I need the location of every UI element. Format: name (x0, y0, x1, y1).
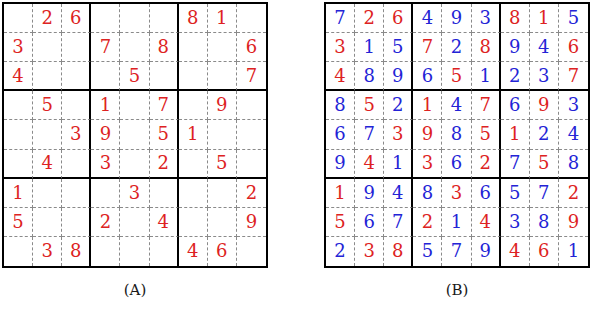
digit: 5 (41, 96, 52, 114)
a-cell-r8c6: 4 (150, 208, 179, 237)
digit: 4 (12, 67, 23, 85)
digit: 2 (100, 213, 111, 231)
b-cell-r1c7: 8 (501, 4, 530, 33)
a-cell-r9c1 (4, 237, 33, 266)
a-cell-r8c4: 2 (91, 208, 120, 237)
b-cell-r7c2: 9 (355, 179, 384, 208)
b-cell-r8c7: 3 (501, 208, 530, 237)
b-cell-r8c5: 1 (442, 208, 471, 237)
b-cell-r4c6: 7 (472, 91, 501, 120)
a-cell-r8c8 (208, 208, 237, 237)
digit: 2 (509, 67, 520, 85)
digit: 2 (568, 184, 579, 202)
caption-a: (A) (2, 281, 268, 299)
b-cell-r8c3: 7 (384, 208, 413, 237)
a-cell-r2c1: 3 (4, 33, 33, 62)
b-cell-r2c1: 3 (326, 33, 355, 62)
b-cell-r9c7: 4 (501, 237, 530, 266)
digit: 1 (392, 154, 403, 172)
digit: 4 (334, 67, 345, 85)
a-cell-r6c3 (62, 150, 91, 179)
digit: 8 (451, 125, 462, 143)
digit: 7 (422, 38, 433, 56)
b-cell-r4c2: 5 (355, 91, 384, 120)
b-cell-r7c8: 7 (530, 179, 559, 208)
a-cell-r2c7 (179, 33, 208, 62)
digit: 3 (479, 9, 490, 27)
a-cell-r6c6: 2 (150, 150, 179, 179)
b-cell-r3c6: 1 (472, 62, 501, 91)
b-cell-r7c6: 6 (472, 179, 501, 208)
a-cell-r6c2: 4 (33, 150, 62, 179)
a-cell-r7c2 (33, 179, 62, 208)
digit: 5 (392, 38, 403, 56)
digit: 8 (157, 38, 168, 56)
digit: 7 (451, 242, 462, 260)
b-cell-r6c4: 3 (413, 150, 442, 179)
b-cell-r8c2: 6 (355, 208, 384, 237)
digit: 3 (41, 242, 52, 260)
digit: 6 (568, 38, 579, 56)
digit: 9 (246, 213, 257, 231)
a-cell-r7c7 (179, 179, 208, 208)
digit: 3 (334, 38, 345, 56)
a-cell-r3c8 (208, 62, 237, 91)
b-cell-r4c7: 6 (501, 91, 530, 120)
digit: 4 (451, 96, 462, 114)
a-cell-r9c7: 4 (179, 237, 208, 266)
a-cell-r4c3 (62, 91, 91, 120)
digit: 3 (392, 125, 403, 143)
b-cell-r3c9: 7 (559, 62, 588, 91)
b-cell-r5c2: 7 (355, 120, 384, 149)
b-cell-r6c5: 6 (442, 150, 471, 179)
b-cell-r5c7: 1 (501, 120, 530, 149)
b-cell-r5c1: 6 (326, 120, 355, 149)
b-cell-r5c9: 4 (559, 120, 588, 149)
digit: 6 (392, 9, 403, 27)
b-cell-r7c9: 2 (559, 179, 588, 208)
digit: 8 (479, 38, 490, 56)
digit: 8 (509, 9, 520, 27)
digit: 4 (538, 38, 549, 56)
digit: 7 (479, 96, 490, 114)
digit: 7 (538, 184, 549, 202)
a-cell-r9c8: 6 (208, 237, 237, 266)
a-cell-r6c1 (4, 150, 33, 179)
digit: 7 (100, 38, 111, 56)
digit: 1 (422, 96, 433, 114)
a-cell-r6c7 (179, 150, 208, 179)
digit: 9 (363, 184, 374, 202)
a-cell-r1c8: 1 (208, 4, 237, 33)
b-cell-r7c5: 3 (442, 179, 471, 208)
a-cell-r3c9: 7 (237, 62, 266, 91)
a-cell-r2c8 (208, 33, 237, 62)
b-cell-r8c6: 4 (472, 208, 501, 237)
digit: 7 (392, 213, 403, 231)
a-cell-r8c7 (179, 208, 208, 237)
digit: 9 (568, 213, 579, 231)
digit: 9 (538, 96, 549, 114)
b-cell-r1c2: 2 (355, 4, 384, 33)
a-cell-r7c4 (91, 179, 120, 208)
b-cell-r6c3: 1 (384, 150, 413, 179)
digit: 1 (538, 9, 549, 27)
digit: 3 (12, 38, 23, 56)
b-cell-r1c1: 7 (326, 4, 355, 33)
b-cell-r7c7: 5 (501, 179, 530, 208)
digit: 6 (422, 67, 433, 85)
figure-canvas: 2681378645751793951432513252493846 72649… (0, 0, 592, 309)
a-cell-r4c9 (237, 91, 266, 120)
a-cell-r5c1 (4, 120, 33, 149)
digit: 1 (451, 213, 462, 231)
digit: 6 (334, 125, 345, 143)
b-cell-r6c2: 4 (355, 150, 384, 179)
a-cell-r2c3 (62, 33, 91, 62)
digit: 4 (422, 9, 433, 27)
b-cell-r1c3: 6 (384, 4, 413, 33)
a-cell-r9c5 (120, 237, 149, 266)
a-cell-r9c9 (237, 237, 266, 266)
b-cell-r3c4: 6 (413, 62, 442, 91)
digit: 8 (392, 242, 403, 260)
b-cell-r2c8: 4 (530, 33, 559, 62)
digit: 8 (422, 184, 433, 202)
b-cell-r5c5: 8 (442, 120, 471, 149)
digit: 5 (157, 125, 168, 143)
sudoku-grid-a: 2681378645751793951432513252493846 (2, 2, 268, 268)
digit: 5 (422, 242, 433, 260)
b-cell-r6c9: 8 (559, 150, 588, 179)
b-cell-r9c2: 3 (355, 237, 384, 266)
a-cell-r7c5: 3 (120, 179, 149, 208)
digit: 6 (363, 213, 374, 231)
digit: 5 (538, 154, 549, 172)
a-cell-r4c6: 7 (150, 91, 179, 120)
a-cell-r6c9 (237, 150, 266, 179)
digit: 4 (363, 154, 374, 172)
a-cell-r3c6 (150, 62, 179, 91)
panel-b: 7264938153157289464896512378521476936739… (324, 2, 590, 268)
b-cell-r6c7: 7 (501, 150, 530, 179)
b-cell-r9c4: 5 (413, 237, 442, 266)
a-cell-r8c2 (33, 208, 62, 237)
b-cell-r8c4: 2 (413, 208, 442, 237)
digit: 3 (451, 184, 462, 202)
digit: 6 (451, 154, 462, 172)
digit: 9 (451, 9, 462, 27)
a-cell-r5c6: 5 (150, 120, 179, 149)
a-cell-r1c2: 2 (33, 4, 62, 33)
a-cell-r5c5 (120, 120, 149, 149)
b-cell-r9c8: 6 (530, 237, 559, 266)
b-cell-r8c9: 9 (559, 208, 588, 237)
digit: 9 (422, 125, 433, 143)
b-cell-r6c1: 9 (326, 150, 355, 179)
a-cell-r1c7: 8 (179, 4, 208, 33)
b-cell-r3c1: 4 (326, 62, 355, 91)
b-cell-r2c2: 1 (355, 33, 384, 62)
a-cell-r3c4 (91, 62, 120, 91)
a-cell-r1c6 (150, 4, 179, 33)
digit: 8 (334, 96, 345, 114)
b-cell-r7c4: 8 (413, 179, 442, 208)
a-cell-r7c1: 1 (4, 179, 33, 208)
b-cell-r2c6: 8 (472, 33, 501, 62)
a-cell-r6c4: 3 (91, 150, 120, 179)
a-cell-r4c5 (120, 91, 149, 120)
b-cell-r4c9: 3 (559, 91, 588, 120)
digit: 4 (568, 125, 579, 143)
digit: 8 (538, 213, 549, 231)
digit: 5 (129, 67, 140, 85)
digit: 2 (422, 213, 433, 231)
a-cell-r1c5 (120, 4, 149, 33)
digit: 4 (187, 242, 198, 260)
a-cell-r5c7: 1 (179, 120, 208, 149)
a-cell-r5c8 (208, 120, 237, 149)
a-cell-r7c8 (208, 179, 237, 208)
b-cell-r9c1: 2 (326, 237, 355, 266)
digit: 2 (363, 9, 374, 27)
digit: 9 (100, 125, 111, 143)
digit: 1 (187, 125, 198, 143)
digit: 3 (538, 67, 549, 85)
b-cell-r1c8: 1 (530, 4, 559, 33)
b-cell-r2c3: 5 (384, 33, 413, 62)
digit: 9 (479, 242, 490, 260)
b-cell-r5c6: 5 (472, 120, 501, 149)
digit: 2 (538, 125, 549, 143)
digit: 5 (509, 184, 520, 202)
b-cell-r9c6: 9 (472, 237, 501, 266)
digit: 2 (334, 242, 345, 260)
a-cell-r7c6 (150, 179, 179, 208)
digit: 3 (422, 154, 433, 172)
b-cell-r1c9: 5 (559, 4, 588, 33)
b-cell-r8c8: 8 (530, 208, 559, 237)
digit: 7 (334, 9, 345, 27)
a-cell-r1c1 (4, 4, 33, 33)
b-cell-r2c5: 2 (442, 33, 471, 62)
digit: 6 (538, 242, 549, 260)
a-cell-r3c5: 5 (120, 62, 149, 91)
digit: 9 (392, 67, 403, 85)
a-cell-r1c9 (237, 4, 266, 33)
a-cell-r2c4: 7 (91, 33, 120, 62)
digit: 6 (70, 9, 81, 27)
digit: 6 (246, 38, 257, 56)
a-cell-r8c1: 5 (4, 208, 33, 237)
digit: 6 (509, 96, 520, 114)
digit: 2 (479, 154, 490, 172)
b-cell-r4c3: 2 (384, 91, 413, 120)
a-cell-r4c2: 5 (33, 91, 62, 120)
b-cell-r2c4: 7 (413, 33, 442, 62)
digit: 4 (41, 154, 52, 172)
digit: 5 (363, 96, 374, 114)
a-cell-r3c1: 4 (4, 62, 33, 91)
a-cell-r6c8: 5 (208, 150, 237, 179)
a-cell-r8c3 (62, 208, 91, 237)
digit: 9 (216, 96, 227, 114)
digit: 5 (479, 125, 490, 143)
digit: 1 (216, 9, 227, 27)
a-cell-r5c4: 9 (91, 120, 120, 149)
b-cell-r7c1: 1 (326, 179, 355, 208)
digit: 1 (479, 67, 490, 85)
caption-b: (B) (324, 281, 590, 299)
a-cell-r7c3 (62, 179, 91, 208)
a-cell-r4c7 (179, 91, 208, 120)
digit: 2 (392, 96, 403, 114)
b-cell-r9c5: 7 (442, 237, 471, 266)
a-cell-r8c5 (120, 208, 149, 237)
digit: 4 (157, 213, 168, 231)
digit: 8 (70, 242, 81, 260)
b-cell-r4c5: 4 (442, 91, 471, 120)
b-cell-r1c6: 3 (472, 4, 501, 33)
b-cell-r1c4: 4 (413, 4, 442, 33)
b-cell-r5c3: 3 (384, 120, 413, 149)
digit: 2 (157, 154, 168, 172)
digit: 3 (100, 154, 111, 172)
a-cell-r9c4 (91, 237, 120, 266)
b-cell-r9c9: 1 (559, 237, 588, 266)
b-cell-r5c8: 2 (530, 120, 559, 149)
digit: 9 (509, 38, 520, 56)
b-cell-r2c9: 6 (559, 33, 588, 62)
b-cell-r6c6: 2 (472, 150, 501, 179)
a-cell-r2c6: 8 (150, 33, 179, 62)
a-cell-r5c9 (237, 120, 266, 149)
a-cell-r2c5 (120, 33, 149, 62)
digit: 3 (363, 242, 374, 260)
digit: 5 (12, 213, 23, 231)
digit: 2 (451, 38, 462, 56)
b-cell-r4c8: 9 (530, 91, 559, 120)
digit: 2 (41, 9, 52, 27)
a-cell-r1c3: 6 (62, 4, 91, 33)
b-cell-r1c5: 9 (442, 4, 471, 33)
digit: 6 (216, 242, 227, 260)
a-cell-r4c4: 1 (91, 91, 120, 120)
digit: 5 (216, 154, 227, 172)
a-cell-r4c1 (4, 91, 33, 120)
b-cell-r3c8: 3 (530, 62, 559, 91)
b-cell-r3c5: 5 (442, 62, 471, 91)
b-cell-r4c4: 1 (413, 91, 442, 120)
a-cell-r2c2 (33, 33, 62, 62)
digit: 4 (509, 242, 520, 260)
a-cell-r9c3: 8 (62, 237, 91, 266)
digit: 7 (363, 125, 374, 143)
panel-a: 2681378645751793951432513252493846 (2, 2, 268, 268)
b-cell-r7c3: 4 (384, 179, 413, 208)
digit: 3 (129, 184, 140, 202)
a-cell-r9c6 (150, 237, 179, 266)
digit: 9 (334, 154, 345, 172)
a-cell-r1c4 (91, 4, 120, 33)
a-cell-r3c7 (179, 62, 208, 91)
digit: 7 (509, 154, 520, 172)
a-cell-r6c5 (120, 150, 149, 179)
digit: 8 (187, 9, 198, 27)
digit: 4 (479, 213, 490, 231)
digit: 5 (451, 67, 462, 85)
a-cell-r4c8: 9 (208, 91, 237, 120)
digit: 3 (70, 125, 81, 143)
digit: 1 (509, 125, 520, 143)
b-cell-r5c4: 9 (413, 120, 442, 149)
a-cell-r5c2 (33, 120, 62, 149)
digit: 1 (100, 96, 111, 114)
a-cell-r3c3 (62, 62, 91, 91)
b-cell-r3c2: 8 (355, 62, 384, 91)
sudoku-grid-b: 7264938153157289464896512378521476936739… (324, 2, 590, 268)
digit: 3 (509, 213, 520, 231)
b-cell-r3c3: 9 (384, 62, 413, 91)
digit: 4 (392, 184, 403, 202)
digit: 2 (246, 184, 257, 202)
b-cell-r2c7: 9 (501, 33, 530, 62)
a-cell-r9c2: 3 (33, 237, 62, 266)
digit: 1 (568, 242, 579, 260)
digit: 5 (568, 9, 579, 27)
a-cell-r7c9: 2 (237, 179, 266, 208)
b-cell-r3c7: 2 (501, 62, 530, 91)
b-cell-r8c1: 5 (326, 208, 355, 237)
digit: 1 (334, 184, 345, 202)
digit: 8 (568, 154, 579, 172)
digit: 7 (246, 67, 257, 85)
digit: 3 (568, 96, 579, 114)
b-cell-r6c8: 5 (530, 150, 559, 179)
a-cell-r5c3: 3 (62, 120, 91, 149)
digit: 6 (479, 184, 490, 202)
digit: 8 (363, 67, 374, 85)
a-cell-r2c9: 6 (237, 33, 266, 62)
digit: 5 (334, 213, 345, 231)
b-cell-r9c3: 8 (384, 237, 413, 266)
digit: 1 (363, 38, 374, 56)
digit: 7 (568, 67, 579, 85)
digit: 1 (12, 184, 23, 202)
a-cell-r3c2 (33, 62, 62, 91)
a-cell-r8c9: 9 (237, 208, 266, 237)
b-cell-r4c1: 8 (326, 91, 355, 120)
digit: 7 (157, 96, 168, 114)
